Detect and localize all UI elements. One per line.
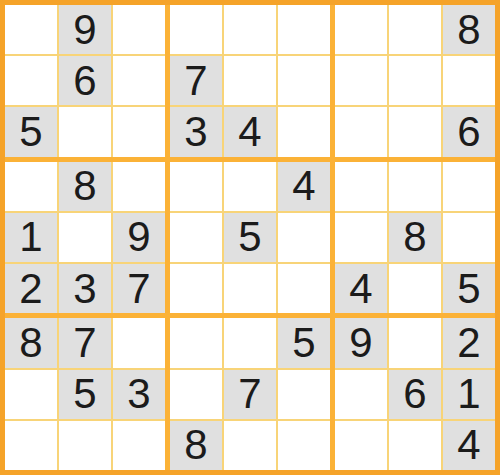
cell-r6c6[interactable] [278, 264, 330, 313]
cell-r5c9[interactable] [443, 213, 495, 262]
cell-r9c1[interactable] [5, 421, 57, 470]
cell-r2c9[interactable] [443, 56, 495, 105]
cell-r6c8[interactable] [389, 264, 441, 313]
cell-r3c1: 5 [5, 107, 57, 156]
cell-r2c4: 7 [170, 56, 222, 105]
sudoku-box-9: 92614 [335, 318, 495, 470]
cell-r6c3: 7 [113, 264, 165, 313]
cell-r6c5[interactable] [224, 264, 276, 313]
cell-r6c9: 5 [443, 264, 495, 313]
sudoku-box-7: 8753 [5, 318, 165, 470]
cell-r7c9: 2 [443, 318, 495, 367]
cell-r2c5[interactable] [224, 56, 276, 105]
cell-r3c7[interactable] [335, 107, 387, 156]
cell-r7c1: 8 [5, 318, 57, 367]
cell-r8c8: 6 [389, 370, 441, 419]
cell-r5c3: 9 [113, 213, 165, 262]
cell-r5c4[interactable] [170, 213, 222, 262]
cell-r9c6[interactable] [278, 421, 330, 470]
sudoku-box-4: 819237 [5, 162, 165, 314]
cell-r3c5: 4 [224, 107, 276, 156]
cell-r8c2: 5 [59, 370, 111, 419]
cell-r5c6[interactable] [278, 213, 330, 262]
sudoku-box-1: 965 [5, 5, 165, 157]
sudoku-box-6: 845 [335, 162, 495, 314]
cell-r7c4[interactable] [170, 318, 222, 367]
cell-r1c4[interactable] [170, 5, 222, 54]
cell-r9c2[interactable] [59, 421, 111, 470]
cell-r7c8[interactable] [389, 318, 441, 367]
cell-r8c6[interactable] [278, 370, 330, 419]
cell-r5c1: 1 [5, 213, 57, 262]
cell-r3c3[interactable] [113, 107, 165, 156]
cell-r6c7: 4 [335, 264, 387, 313]
cell-r9c5[interactable] [224, 421, 276, 470]
cell-r9c8[interactable] [389, 421, 441, 470]
sudoku-box-5: 45 [170, 162, 330, 314]
cell-r9c3[interactable] [113, 421, 165, 470]
cell-r3c8[interactable] [389, 107, 441, 156]
cell-r7c3[interactable] [113, 318, 165, 367]
cell-r1c3[interactable] [113, 5, 165, 54]
cell-r5c8: 8 [389, 213, 441, 262]
cell-r8c7[interactable] [335, 370, 387, 419]
cell-r4c8[interactable] [389, 162, 441, 211]
cell-r1c1[interactable] [5, 5, 57, 54]
cell-r3c9: 6 [443, 107, 495, 156]
cell-r1c7[interactable] [335, 5, 387, 54]
cell-r1c9: 8 [443, 5, 495, 54]
cell-r9c9: 4 [443, 421, 495, 470]
cell-r2c1[interactable] [5, 56, 57, 105]
cell-r4c2: 8 [59, 162, 111, 211]
cell-r4c7[interactable] [335, 162, 387, 211]
cell-r4c9[interactable] [443, 162, 495, 211]
cell-r5c5: 5 [224, 213, 276, 262]
cell-r6c2: 3 [59, 264, 111, 313]
cell-r3c2[interactable] [59, 107, 111, 156]
cell-r2c8[interactable] [389, 56, 441, 105]
cell-r2c7[interactable] [335, 56, 387, 105]
cell-r3c4: 3 [170, 107, 222, 156]
cell-r7c7: 9 [335, 318, 387, 367]
cell-r5c2[interactable] [59, 213, 111, 262]
cell-r7c5[interactable] [224, 318, 276, 367]
sudoku-box-3: 86 [335, 5, 495, 157]
cell-r1c6[interactable] [278, 5, 330, 54]
sudoku-box-2: 734 [170, 5, 330, 157]
cell-r1c8[interactable] [389, 5, 441, 54]
cell-r8c4[interactable] [170, 370, 222, 419]
cell-r2c2: 6 [59, 56, 111, 105]
cell-r9c4: 8 [170, 421, 222, 470]
cell-r8c5: 7 [224, 370, 276, 419]
cell-r4c5[interactable] [224, 162, 276, 211]
sudoku-box-8: 578 [170, 318, 330, 470]
cell-r5c7[interactable] [335, 213, 387, 262]
sudoku-board: 9657348681923745845875357892614 [0, 0, 500, 475]
cell-r7c6: 5 [278, 318, 330, 367]
cell-r8c3: 3 [113, 370, 165, 419]
cell-r8c9: 1 [443, 370, 495, 419]
cell-r4c6: 4 [278, 162, 330, 211]
cell-r4c4[interactable] [170, 162, 222, 211]
cell-r3c6[interactable] [278, 107, 330, 156]
cell-r2c3[interactable] [113, 56, 165, 105]
cell-r4c1[interactable] [5, 162, 57, 211]
cell-r1c5[interactable] [224, 5, 276, 54]
cell-r4c3[interactable] [113, 162, 165, 211]
cell-r6c1: 2 [5, 264, 57, 313]
cell-r7c2: 7 [59, 318, 111, 367]
cell-r9c7[interactable] [335, 421, 387, 470]
cell-r1c2: 9 [59, 5, 111, 54]
cell-r2c6[interactable] [278, 56, 330, 105]
cell-r8c1[interactable] [5, 370, 57, 419]
cell-r6c4[interactable] [170, 264, 222, 313]
